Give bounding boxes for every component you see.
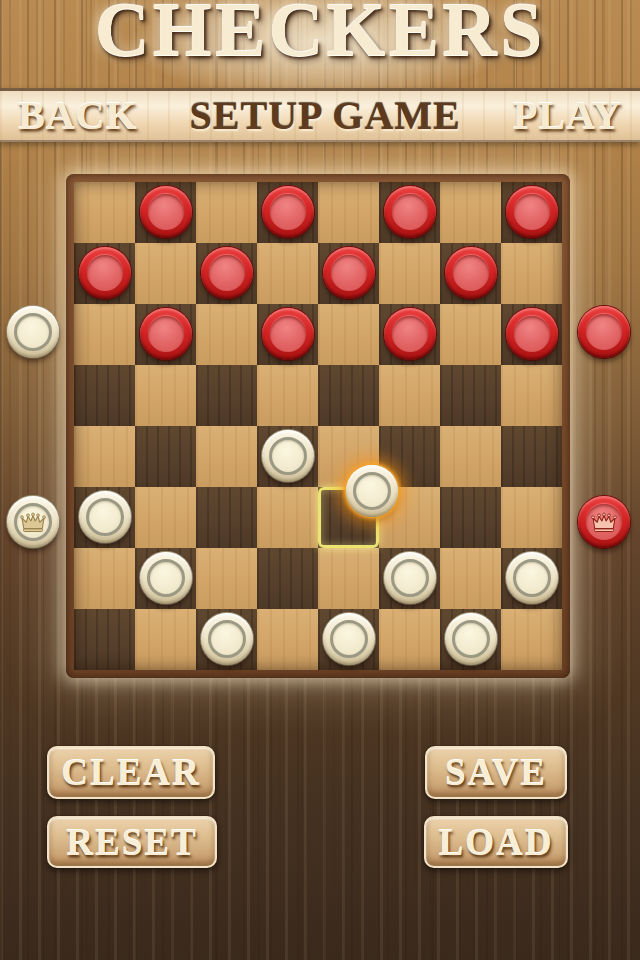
palette-white-king[interactable] bbox=[7, 496, 59, 548]
checker-red-man[interactable] bbox=[79, 247, 131, 299]
palette-white-man[interactable] bbox=[7, 306, 59, 358]
checker-red-man[interactable] bbox=[201, 247, 253, 299]
checker-red-man[interactable] bbox=[323, 247, 375, 299]
checker-red-man[interactable] bbox=[262, 308, 314, 360]
checker-white-man[interactable] bbox=[384, 552, 436, 604]
navbar: BACK SETUP GAME PLAY bbox=[0, 88, 640, 142]
checker-red-man[interactable] bbox=[140, 186, 192, 238]
checker-white-man[interactable] bbox=[323, 613, 375, 665]
checker-white-man[interactable] bbox=[79, 491, 131, 543]
board-pieces bbox=[74, 182, 562, 670]
checker-white-man[interactable] bbox=[445, 613, 497, 665]
checker-red-man[interactable] bbox=[506, 186, 558, 238]
checker-white-man[interactable] bbox=[506, 552, 558, 604]
checker-white-man[interactable] bbox=[140, 552, 192, 604]
king-crown-icon bbox=[18, 510, 48, 534]
checker-white-man[interactable] bbox=[262, 430, 314, 482]
clear-button[interactable]: CLEAR bbox=[47, 746, 215, 799]
palette-red-man[interactable] bbox=[578, 306, 630, 358]
checkers-board bbox=[66, 174, 570, 678]
nav-setup-game[interactable]: SETUP GAME bbox=[190, 92, 461, 139]
save-button[interactable]: SAVE bbox=[425, 746, 567, 799]
checker-red-man[interactable] bbox=[140, 308, 192, 360]
checker-red-man[interactable] bbox=[445, 247, 497, 299]
king-crown-icon bbox=[589, 510, 619, 534]
checker-red-man[interactable] bbox=[384, 308, 436, 360]
checker-red-man[interactable] bbox=[384, 186, 436, 238]
palette-red-king[interactable] bbox=[578, 496, 630, 548]
reset-button[interactable]: RESET bbox=[47, 816, 217, 868]
nav-play[interactable]: PLAY bbox=[513, 92, 622, 139]
load-button[interactable]: LOAD bbox=[424, 816, 568, 868]
checker-red-man[interactable] bbox=[262, 186, 314, 238]
nav-back[interactable]: BACK bbox=[18, 92, 138, 139]
checker-red-man[interactable] bbox=[506, 308, 558, 360]
dragged-checker[interactable] bbox=[346, 465, 398, 517]
checker-white-man[interactable] bbox=[201, 613, 253, 665]
app-title: CHECKERS bbox=[0, 0, 640, 70]
